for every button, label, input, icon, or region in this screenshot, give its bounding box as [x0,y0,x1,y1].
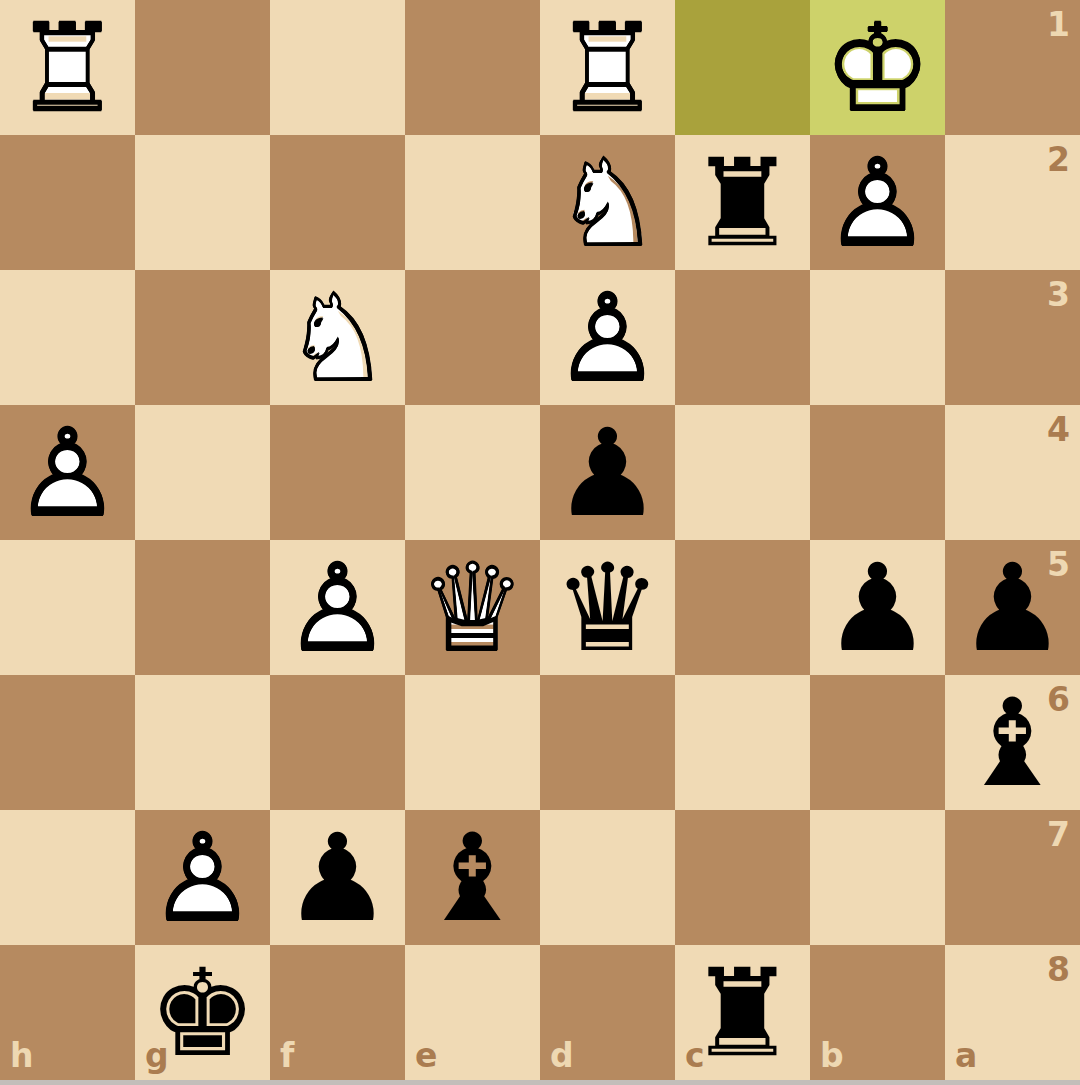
square-h8[interactable]: h [0,945,135,1080]
square-c6[interactable] [675,675,810,810]
square-f6[interactable] [270,675,405,810]
white-queen-piece[interactable]: ♛♕ [405,540,540,675]
rank-label-2: 2 [1047,143,1070,176]
file-label-h: h [10,1039,34,1072]
black-bishop-piece[interactable]: ♝♗ [405,810,540,945]
file-label-e: e [415,1039,437,1072]
square-e3[interactable] [405,270,540,405]
chess-board: ♜♖♜♖♚♔1♞♘♜♖♟♙2♞♘♟♙3♟♙♟♙4♟♙♛♕♛♕♟♙5♟♙6♝♗♟♙… [0,0,1080,1080]
square-g3[interactable] [135,270,270,405]
square-d5[interactable]: ♛♕ [540,540,675,675]
black-king-piece[interactable]: ♚♔ [135,945,270,1080]
square-c5[interactable] [675,540,810,675]
square-a3[interactable]: 3 [945,270,1080,405]
square-d1[interactable]: ♜♖ [540,0,675,135]
black-queen-piece[interactable]: ♛♕ [540,540,675,675]
square-b1[interactable]: ♚♔ [810,0,945,135]
white-pawn-piece[interactable]: ♟♙ [810,135,945,270]
square-b7[interactable] [810,810,945,945]
square-h6[interactable] [0,675,135,810]
square-d2[interactable]: ♞♘ [540,135,675,270]
square-e6[interactable] [405,675,540,810]
square-g5[interactable] [135,540,270,675]
square-h3[interactable] [0,270,135,405]
square-c8[interactable]: c♜♖ [675,945,810,1080]
square-g2[interactable] [135,135,270,270]
white-rook-piece[interactable]: ♜♖ [540,0,675,135]
square-d8[interactable]: d [540,945,675,1080]
file-label-d: d [550,1039,574,1072]
square-b4[interactable] [810,405,945,540]
file-label-a: a [955,1039,977,1072]
rank-label-7: 7 [1047,818,1070,851]
square-g4[interactable] [135,405,270,540]
square-a7[interactable]: 7 [945,810,1080,945]
square-h7[interactable] [0,810,135,945]
square-g1[interactable] [135,0,270,135]
square-c7[interactable] [675,810,810,945]
black-pawn-piece[interactable]: ♟♙ [945,540,1080,675]
square-f5[interactable]: ♟♙ [270,540,405,675]
square-e4[interactable] [405,405,540,540]
square-d7[interactable] [540,810,675,945]
square-b5[interactable]: ♟♙ [810,540,945,675]
square-b2[interactable]: ♟♙ [810,135,945,270]
square-f8[interactable]: f [270,945,405,1080]
file-label-b: b [820,1039,844,1072]
square-h2[interactable] [0,135,135,270]
black-pawn-piece[interactable]: ♟♙ [540,405,675,540]
square-d6[interactable] [540,675,675,810]
square-a1[interactable]: 1 [945,0,1080,135]
square-f3[interactable]: ♞♘ [270,270,405,405]
square-h5[interactable] [0,540,135,675]
black-pawn-piece[interactable]: ♟♙ [270,810,405,945]
square-g6[interactable] [135,675,270,810]
black-rook-piece[interactable]: ♜♖ [675,135,810,270]
white-knight-piece[interactable]: ♞♘ [270,270,405,405]
square-b8[interactable]: b [810,945,945,1080]
rank-label-8: 8 [1047,953,1070,986]
square-a2[interactable]: 2 [945,135,1080,270]
square-e1[interactable] [405,0,540,135]
square-a8[interactable]: 8a [945,945,1080,1080]
black-bishop-piece[interactable]: ♝♗ [945,675,1080,810]
rank-label-4: 4 [1047,413,1070,446]
square-a5[interactable]: 5♟♙ [945,540,1080,675]
square-c3[interactable] [675,270,810,405]
square-f4[interactable] [270,405,405,540]
square-c4[interactable] [675,405,810,540]
rank-label-3: 3 [1047,278,1070,311]
white-pawn-piece[interactable]: ♟♙ [135,810,270,945]
square-d3[interactable]: ♟♙ [540,270,675,405]
white-king-piece[interactable]: ♚♔ [810,0,945,135]
square-e7[interactable]: ♝♗ [405,810,540,945]
square-g7[interactable]: ♟♙ [135,810,270,945]
square-e2[interactable] [405,135,540,270]
rank-label-1: 1 [1047,8,1070,41]
square-c1[interactable] [675,0,810,135]
file-label-f: f [280,1039,294,1072]
square-c2[interactable]: ♜♖ [675,135,810,270]
square-h4[interactable]: ♟♙ [0,405,135,540]
square-f7[interactable]: ♟♙ [270,810,405,945]
square-f2[interactable] [270,135,405,270]
black-rook-piece[interactable]: ♜♖ [675,945,810,1080]
white-rook-piece[interactable]: ♜♖ [0,0,135,135]
white-pawn-piece[interactable]: ♟♙ [0,405,135,540]
square-e5[interactable]: ♛♕ [405,540,540,675]
square-h1[interactable]: ♜♖ [0,0,135,135]
white-pawn-piece[interactable]: ♟♙ [540,270,675,405]
square-b3[interactable] [810,270,945,405]
black-pawn-piece[interactable]: ♟♙ [810,540,945,675]
square-a4[interactable]: 4 [945,405,1080,540]
square-g8[interactable]: g♚♔ [135,945,270,1080]
square-b6[interactable] [810,675,945,810]
white-pawn-piece[interactable]: ♟♙ [270,540,405,675]
white-knight-piece[interactable]: ♞♘ [540,135,675,270]
square-d4[interactable]: ♟♙ [540,405,675,540]
square-e8[interactable]: e [405,945,540,1080]
square-f1[interactable] [270,0,405,135]
square-a6[interactable]: 6♝♗ [945,675,1080,810]
